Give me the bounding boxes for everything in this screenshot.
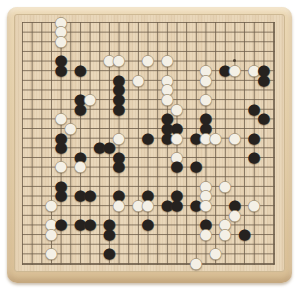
stones-layer: ●●●●●●●●●●●●●●●●●●●●●●●●●●●●●●●●●●●●●●●●… xyxy=(18,18,279,269)
black-stone[interactable]: ● xyxy=(56,66,66,76)
black-stone[interactable]: ● xyxy=(85,191,95,201)
black-stone[interactable]: ● xyxy=(259,75,269,85)
white-stone[interactable]: ● xyxy=(230,66,240,76)
white-stone[interactable]: ● xyxy=(114,56,124,66)
white-stone[interactable]: ● xyxy=(162,56,172,66)
white-stone[interactable]: ● xyxy=(46,230,56,240)
white-stone[interactable]: ● xyxy=(201,230,211,240)
black-stone[interactable]: ● xyxy=(75,66,85,76)
white-stone[interactable]: ● xyxy=(211,249,221,259)
white-stone[interactable]: ● xyxy=(133,75,143,85)
white-stone[interactable]: ● xyxy=(56,162,66,172)
black-stone[interactable]: ● xyxy=(56,143,66,153)
black-stone[interactable]: ● xyxy=(259,114,269,124)
white-stone[interactable]: ● xyxy=(75,162,85,172)
white-stone[interactable]: ● xyxy=(191,259,201,269)
black-stone[interactable]: ● xyxy=(191,162,201,172)
black-stone[interactable]: ● xyxy=(75,104,85,114)
white-stone[interactable]: ● xyxy=(143,56,153,66)
white-stone[interactable]: ● xyxy=(201,75,211,85)
black-stone[interactable]: ● xyxy=(104,249,114,259)
go-board-photo: ●●●●●●●●●●●●●●●●●●●●●●●●●●●●●●●●●●●●●●●●… xyxy=(0,0,300,300)
black-stone[interactable]: ● xyxy=(143,133,153,143)
white-stone[interactable]: ● xyxy=(46,201,56,211)
black-stone[interactable]: ● xyxy=(240,230,250,240)
white-stone[interactable]: ● xyxy=(201,95,211,105)
white-stone[interactable]: ● xyxy=(220,181,230,191)
black-stone[interactable]: ● xyxy=(85,220,95,230)
white-stone[interactable]: ● xyxy=(172,133,182,143)
black-stone[interactable]: ● xyxy=(249,152,259,162)
black-stone[interactable]: ● xyxy=(143,220,153,230)
white-stone[interactable]: ● xyxy=(249,201,259,211)
white-stone[interactable]: ● xyxy=(220,230,230,240)
black-stone[interactable]: ● xyxy=(172,201,182,211)
white-stone[interactable]: ● xyxy=(201,201,211,211)
black-stone[interactable]: ● xyxy=(249,133,259,143)
white-stone[interactable]: ● xyxy=(56,37,66,47)
white-stone[interactable]: ● xyxy=(114,201,124,211)
black-stone[interactable]: ● xyxy=(104,230,114,240)
white-stone[interactable]: ● xyxy=(143,201,153,211)
black-stone[interactable]: ● xyxy=(114,104,124,114)
black-stone[interactable]: ● xyxy=(172,162,182,172)
black-stone[interactable]: ● xyxy=(114,162,124,172)
white-stone[interactable]: ● xyxy=(211,133,221,143)
white-stone[interactable]: ● xyxy=(46,249,56,259)
white-stone[interactable]: ● xyxy=(230,133,240,143)
